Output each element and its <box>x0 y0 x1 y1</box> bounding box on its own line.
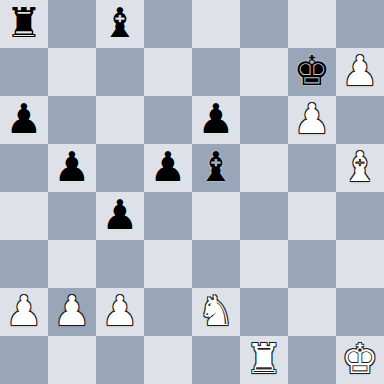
square-g5[interactable] <box>288 144 336 192</box>
square-d3[interactable] <box>144 240 192 288</box>
square-d7[interactable] <box>144 48 192 96</box>
square-e5[interactable]: ♝ <box>192 144 240 192</box>
piece-white-pawn-g6[interactable]: ♟ <box>288 96 336 144</box>
square-f7[interactable] <box>240 48 288 96</box>
square-d5[interactable]: ♟ <box>144 144 192 192</box>
piece-black-bishop-c8[interactable]: ♝ <box>96 0 144 48</box>
square-e2[interactable]: ♞ <box>192 288 240 336</box>
square-e4[interactable] <box>192 192 240 240</box>
square-d1[interactable] <box>144 336 192 384</box>
piece-black-rook-a8[interactable]: ♜ <box>0 0 48 48</box>
piece-white-pawn-a2[interactable]: ♟ <box>0 288 48 336</box>
square-b4[interactable] <box>48 192 96 240</box>
square-b6[interactable] <box>48 96 96 144</box>
square-g6[interactable]: ♟ <box>288 96 336 144</box>
square-h7[interactable]: ♟ <box>336 48 384 96</box>
square-f4[interactable] <box>240 192 288 240</box>
square-a7[interactable] <box>0 48 48 96</box>
piece-black-bishop-e5[interactable]: ♝ <box>192 144 240 192</box>
square-c1[interactable] <box>96 336 144 384</box>
piece-white-pawn-c2[interactable]: ♟ <box>96 288 144 336</box>
square-c3[interactable] <box>96 240 144 288</box>
square-h5[interactable]: ♝ <box>336 144 384 192</box>
piece-black-pawn-b5[interactable]: ♟ <box>48 144 96 192</box>
square-a5[interactable] <box>0 144 48 192</box>
square-c7[interactable] <box>96 48 144 96</box>
chessboard: ♜♝♚♟♟♟♟♟♟♝♝♟♟♟♟♞♜♚ <box>0 0 384 384</box>
square-b1[interactable] <box>48 336 96 384</box>
square-f1[interactable]: ♜ <box>240 336 288 384</box>
square-e1[interactable] <box>192 336 240 384</box>
piece-white-rook-f1[interactable]: ♜ <box>240 336 288 384</box>
square-a3[interactable] <box>0 240 48 288</box>
square-e6[interactable]: ♟ <box>192 96 240 144</box>
square-b2[interactable]: ♟ <box>48 288 96 336</box>
square-c2[interactable]: ♟ <box>96 288 144 336</box>
piece-white-king-h1[interactable]: ♚ <box>336 336 384 384</box>
piece-white-bishop-h5[interactable]: ♝ <box>336 144 384 192</box>
piece-black-pawn-e6[interactable]: ♟ <box>192 96 240 144</box>
square-d6[interactable] <box>144 96 192 144</box>
square-c5[interactable] <box>96 144 144 192</box>
square-b3[interactable] <box>48 240 96 288</box>
square-d4[interactable] <box>144 192 192 240</box>
square-h4[interactable] <box>336 192 384 240</box>
square-g3[interactable] <box>288 240 336 288</box>
square-c6[interactable] <box>96 96 144 144</box>
square-b7[interactable] <box>48 48 96 96</box>
square-h6[interactable] <box>336 96 384 144</box>
piece-black-pawn-d5[interactable]: ♟ <box>144 144 192 192</box>
piece-black-pawn-a6[interactable]: ♟ <box>0 96 48 144</box>
piece-white-knight-e2[interactable]: ♞ <box>192 288 240 336</box>
piece-white-pawn-h7[interactable]: ♟ <box>336 48 384 96</box>
square-e8[interactable] <box>192 0 240 48</box>
piece-white-pawn-b2[interactable]: ♟ <box>48 288 96 336</box>
square-d2[interactable] <box>144 288 192 336</box>
square-c4[interactable]: ♟ <box>96 192 144 240</box>
piece-black-pawn-c4[interactable]: ♟ <box>96 192 144 240</box>
square-f6[interactable] <box>240 96 288 144</box>
square-f3[interactable] <box>240 240 288 288</box>
square-a2[interactable]: ♟ <box>0 288 48 336</box>
square-g7[interactable]: ♚ <box>288 48 336 96</box>
square-h8[interactable] <box>336 0 384 48</box>
square-b8[interactable] <box>48 0 96 48</box>
square-f5[interactable] <box>240 144 288 192</box>
square-c8[interactable]: ♝ <box>96 0 144 48</box>
square-a1[interactable] <box>0 336 48 384</box>
square-f8[interactable] <box>240 0 288 48</box>
square-f2[interactable] <box>240 288 288 336</box>
square-g4[interactable] <box>288 192 336 240</box>
square-a6[interactable]: ♟ <box>0 96 48 144</box>
square-h1[interactable]: ♚ <box>336 336 384 384</box>
square-g2[interactable] <box>288 288 336 336</box>
square-e7[interactable] <box>192 48 240 96</box>
square-a4[interactable] <box>0 192 48 240</box>
square-h2[interactable] <box>336 288 384 336</box>
square-h3[interactable] <box>336 240 384 288</box>
square-g1[interactable] <box>288 336 336 384</box>
piece-black-king-g7[interactable]: ♚ <box>288 48 336 96</box>
square-e3[interactable] <box>192 240 240 288</box>
square-d8[interactable] <box>144 0 192 48</box>
square-b5[interactable]: ♟ <box>48 144 96 192</box>
square-a8[interactable]: ♜ <box>0 0 48 48</box>
square-g8[interactable] <box>288 0 336 48</box>
